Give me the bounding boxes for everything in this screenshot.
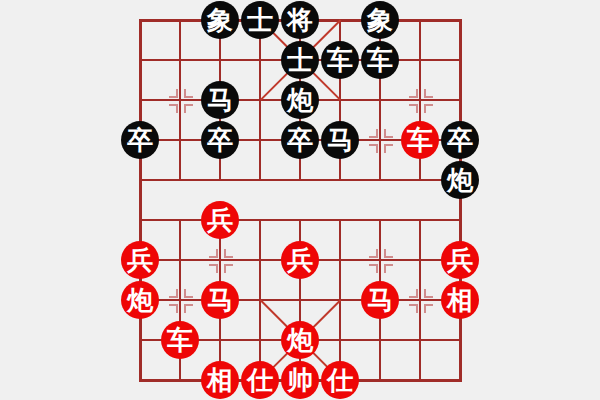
piece-black-horse[interactable]: 马 <box>201 81 239 119</box>
piece-red-soldier[interactable]: 兵 <box>121 241 159 279</box>
grid-line-vertical <box>179 20 181 180</box>
piece-red-soldier[interactable]: 兵 <box>201 201 239 239</box>
piece-red-horse[interactable]: 马 <box>361 281 399 319</box>
app-canvas: 象士将象士车车马炮卒卒卒马车卒炮兵兵兵兵炮马马相车炮相仕帅仕 <box>0 0 600 400</box>
point-marker <box>424 89 433 98</box>
piece-black-horse[interactable]: 马 <box>321 121 359 159</box>
point-marker <box>224 249 233 258</box>
piece-red-soldier[interactable]: 兵 <box>441 241 479 279</box>
piece-black-elephant[interactable]: 象 <box>201 1 239 39</box>
piece-red-chariot[interactable]: 车 <box>401 121 439 159</box>
point-marker <box>409 104 418 113</box>
point-marker <box>384 144 393 153</box>
piece-black-cannon[interactable]: 炮 <box>281 81 319 119</box>
point-marker <box>409 304 418 313</box>
point-marker <box>409 289 418 298</box>
point-marker <box>169 104 178 113</box>
piece-black-chariot[interactable]: 车 <box>361 41 399 79</box>
piece-red-horse[interactable]: 马 <box>201 281 239 319</box>
piece-black-general[interactable]: 将 <box>281 1 319 39</box>
point-marker <box>209 264 218 273</box>
piece-red-advisor[interactable]: 仕 <box>321 361 359 399</box>
piece-black-advisor[interactable]: 士 <box>281 41 319 79</box>
piece-red-chariot[interactable]: 车 <box>161 321 199 359</box>
point-marker <box>169 89 178 98</box>
piece-red-elephant[interactable]: 相 <box>441 281 479 319</box>
point-marker <box>424 304 433 313</box>
point-marker <box>184 304 193 313</box>
piece-black-soldier[interactable]: 卒 <box>201 121 239 159</box>
piece-black-soldier[interactable]: 卒 <box>441 121 479 159</box>
grid-line-vertical-edge <box>459 19 462 382</box>
point-marker <box>184 89 193 98</box>
point-marker <box>209 249 218 258</box>
point-marker <box>184 289 193 298</box>
grid-line-vertical <box>419 220 421 380</box>
xiangqi-board[interactable]: 象士将象士车车马炮卒卒卒马车卒炮兵兵兵兵炮马马相车炮相仕帅仕 <box>0 0 600 400</box>
point-marker <box>224 264 233 273</box>
piece-black-chariot[interactable]: 车 <box>321 41 359 79</box>
point-marker <box>384 264 393 273</box>
piece-black-advisor[interactable]: 士 <box>241 1 279 39</box>
grid-line-vertical-edge <box>139 19 142 382</box>
point-marker <box>384 249 393 258</box>
point-marker <box>369 249 378 258</box>
point-marker <box>369 129 378 138</box>
point-marker <box>369 144 378 153</box>
piece-red-elephant[interactable]: 相 <box>201 361 239 399</box>
point-marker <box>424 289 433 298</box>
piece-black-soldier[interactable]: 卒 <box>121 121 159 159</box>
piece-red-cannon[interactable]: 炮 <box>281 321 319 359</box>
point-marker <box>384 129 393 138</box>
piece-black-soldier[interactable]: 卒 <box>281 121 319 159</box>
point-marker <box>169 289 178 298</box>
point-marker <box>184 104 193 113</box>
piece-black-cannon[interactable]: 炮 <box>441 161 479 199</box>
point-marker <box>409 89 418 98</box>
point-marker <box>169 304 178 313</box>
piece-red-advisor[interactable]: 仕 <box>241 361 279 399</box>
point-marker <box>424 104 433 113</box>
piece-red-cannon[interactable]: 炮 <box>121 281 159 319</box>
piece-red-general[interactable]: 帅 <box>281 361 319 399</box>
piece-black-elephant[interactable]: 象 <box>361 1 399 39</box>
point-marker <box>369 264 378 273</box>
piece-red-soldier[interactable]: 兵 <box>281 241 319 279</box>
